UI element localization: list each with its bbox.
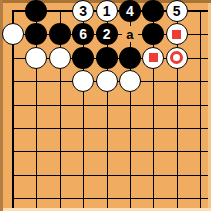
stone-black (49, 23, 71, 45)
red-square-mark-icon (149, 53, 158, 62)
stone-black (142, 23, 164, 45)
stone-white (72, 70, 94, 92)
stone-black (25, 23, 47, 45)
stone-white-square-marked (166, 23, 188, 45)
stone-black-move-2: 2 (96, 23, 118, 45)
stone-white (96, 70, 118, 92)
stone-white (49, 47, 71, 69)
move-number: 6 (79, 27, 87, 41)
move-number: 3 (79, 4, 87, 18)
stone-white-move-5: 5 (166, 0, 188, 22)
move-number: 4 (126, 4, 134, 18)
stone-black (96, 47, 118, 69)
point-label-a: a (122, 26, 138, 42)
stone-black-move-6: 6 (72, 23, 94, 45)
red-square-mark-icon (172, 30, 181, 39)
go-board: 314562a (0, 0, 211, 211)
red-circle-mark-icon (170, 51, 183, 64)
stone-white (2, 23, 24, 45)
stone-white-circle-marked (166, 47, 188, 69)
stone-black (142, 0, 164, 22)
move-number: 1 (103, 4, 111, 18)
stone-white-move-1: 1 (96, 0, 118, 22)
stone-black-move-4: 4 (119, 0, 141, 22)
stone-white (25, 47, 47, 69)
stone-black (25, 0, 47, 22)
move-number: 5 (173, 4, 181, 18)
stone-white-square-marked (142, 47, 164, 69)
stone-white-move-3: 3 (72, 0, 94, 22)
stone-white (119, 70, 141, 92)
stone-black (119, 47, 141, 69)
stones-grid: 314562a (1, 0, 211, 210)
move-number: 2 (103, 27, 111, 41)
stone-black (72, 47, 94, 69)
